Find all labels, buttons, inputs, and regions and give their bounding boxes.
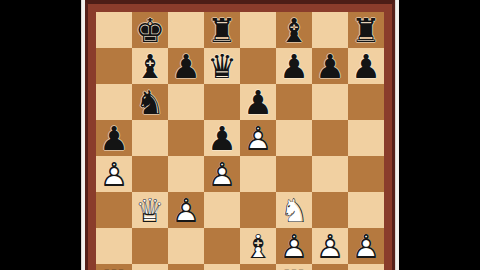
square-e3[interactable] <box>240 192 276 228</box>
black-piece-glyph: ♝ <box>132 48 168 84</box>
black-piece-glyph: ♚ <box>132 12 168 48</box>
square-a4[interactable]: ♟♙ <box>96 156 132 192</box>
square-e7[interactable] <box>240 48 276 84</box>
white-piece-outline: ♔ <box>312 264 348 270</box>
white-piece-outline: ♙ <box>348 228 384 264</box>
white-piece-outline: ♙ <box>168 192 204 228</box>
square-d6[interactable] <box>204 84 240 120</box>
square-g7[interactable]: ♟ <box>312 48 348 84</box>
square-g4[interactable] <box>312 156 348 192</box>
chess-board-panel: ♚♜♝♜♝♟♛♟♟♟♞♟♟♟♟♙♟♙♟♙♛♕♟♙♞♘♝♗♟♙♟♙♟♙♜♖♝♗♜♖… <box>81 0 399 270</box>
white-piece-outline: ♙ <box>312 228 348 264</box>
square-e8[interactable] <box>240 12 276 48</box>
square-a6[interactable] <box>96 84 132 120</box>
square-f1[interactable]: ♜♖ <box>276 264 312 270</box>
square-h4[interactable] <box>348 156 384 192</box>
black-bishop: ♝ <box>132 48 168 84</box>
chess-board: ♚♜♝♜♝♟♛♟♟♟♞♟♟♟♟♙♟♙♟♙♛♕♟♙♞♘♝♗♟♙♟♙♟♙♜♖♝♗♜♖… <box>96 12 384 270</box>
black-rook: ♜ <box>204 12 240 48</box>
square-c4[interactable] <box>168 156 204 192</box>
white-king: ♚♔ <box>312 264 348 270</box>
square-c5[interactable] <box>168 120 204 156</box>
square-c2[interactable] <box>168 228 204 264</box>
square-b4[interactable] <box>132 156 168 192</box>
white-piece-outline: ♙ <box>96 156 132 192</box>
square-h2[interactable]: ♟♙ <box>348 228 384 264</box>
square-c7[interactable]: ♟ <box>168 48 204 84</box>
black-piece-glyph: ♟ <box>96 120 132 156</box>
square-b6[interactable]: ♞ <box>132 84 168 120</box>
square-a5[interactable]: ♟ <box>96 120 132 156</box>
white-piece-outline: ♗ <box>240 228 276 264</box>
black-piece-glyph: ♟ <box>348 48 384 84</box>
square-h1[interactable] <box>348 264 384 270</box>
white-piece-outline: ♖ <box>96 264 132 270</box>
black-rook: ♜ <box>348 12 384 48</box>
square-d1[interactable] <box>204 264 240 270</box>
square-f4[interactable] <box>276 156 312 192</box>
square-a1[interactable]: ♜♖ <box>96 264 132 270</box>
white-bishop: ♝♗ <box>168 264 204 270</box>
square-d5[interactable]: ♟ <box>204 120 240 156</box>
square-a8[interactable] <box>96 12 132 48</box>
black-pawn: ♟ <box>240 84 276 120</box>
black-piece-glyph: ♟ <box>204 120 240 156</box>
right-edge-strip <box>395 0 399 270</box>
square-f8[interactable]: ♝ <box>276 12 312 48</box>
square-h8[interactable]: ♜ <box>348 12 384 48</box>
square-d7[interactable]: ♛ <box>204 48 240 84</box>
square-a3[interactable] <box>96 192 132 228</box>
white-bishop: ♝♗ <box>240 228 276 264</box>
black-queen: ♛ <box>204 48 240 84</box>
white-knight: ♞♘ <box>276 192 312 228</box>
square-e1[interactable] <box>240 264 276 270</box>
white-piece-outline: ♙ <box>240 120 276 156</box>
square-a7[interactable] <box>96 48 132 84</box>
square-c1[interactable]: ♝♗ <box>168 264 204 270</box>
black-piece-glyph: ♜ <box>348 12 384 48</box>
white-pawn: ♟♙ <box>240 120 276 156</box>
white-pawn: ♟♙ <box>276 228 312 264</box>
square-e2[interactable]: ♝♗ <box>240 228 276 264</box>
square-a2[interactable] <box>96 228 132 264</box>
square-c8[interactable] <box>168 12 204 48</box>
square-g6[interactable] <box>312 84 348 120</box>
square-d4[interactable]: ♟♙ <box>204 156 240 192</box>
black-pawn: ♟ <box>348 48 384 84</box>
white-pawn: ♟♙ <box>168 192 204 228</box>
square-h5[interactable] <box>348 120 384 156</box>
square-c3[interactable]: ♟♙ <box>168 192 204 228</box>
black-pawn: ♟ <box>96 120 132 156</box>
square-g2[interactable]: ♟♙ <box>312 228 348 264</box>
square-h3[interactable] <box>348 192 384 228</box>
white-piece-outline: ♙ <box>276 228 312 264</box>
white-pawn: ♟♙ <box>312 228 348 264</box>
white-rook: ♜♖ <box>276 264 312 270</box>
square-f6[interactable] <box>276 84 312 120</box>
letterbox-background: ♚♜♝♜♝♟♛♟♟♟♞♟♟♟♟♙♟♙♟♙♛♕♟♙♞♘♝♗♟♙♟♙♟♙♜♖♝♗♜♖… <box>0 0 480 270</box>
square-b8[interactable]: ♚ <box>132 12 168 48</box>
square-b1[interactable] <box>132 264 168 270</box>
square-b5[interactable] <box>132 120 168 156</box>
white-queen: ♛♕ <box>132 192 168 228</box>
black-pawn: ♟ <box>276 48 312 84</box>
black-piece-glyph: ♟ <box>312 48 348 84</box>
black-piece-glyph: ♟ <box>240 84 276 120</box>
square-h6[interactable] <box>348 84 384 120</box>
white-pawn: ♟♙ <box>204 156 240 192</box>
square-b3[interactable]: ♛♕ <box>132 192 168 228</box>
black-piece-glyph: ♟ <box>168 48 204 84</box>
square-g3[interactable] <box>312 192 348 228</box>
square-d2[interactable] <box>204 228 240 264</box>
square-c6[interactable] <box>168 84 204 120</box>
black-piece-glyph: ♟ <box>276 48 312 84</box>
square-f2[interactable]: ♟♙ <box>276 228 312 264</box>
black-piece-glyph: ♜ <box>204 12 240 48</box>
black-piece-glyph: ♝ <box>276 12 312 48</box>
square-f7[interactable]: ♟ <box>276 48 312 84</box>
black-pawn: ♟ <box>204 120 240 156</box>
black-pawn: ♟ <box>168 48 204 84</box>
square-g1[interactable]: ♚♔ <box>312 264 348 270</box>
black-piece-glyph: ♞ <box>132 84 168 120</box>
white-piece-outline: ♖ <box>276 264 312 270</box>
white-piece-outline: ♙ <box>204 156 240 192</box>
black-piece-glyph: ♛ <box>204 48 240 84</box>
square-f5[interactable] <box>276 120 312 156</box>
square-b7[interactable]: ♝ <box>132 48 168 84</box>
white-piece-outline: ♘ <box>276 192 312 228</box>
black-pawn: ♟ <box>312 48 348 84</box>
square-h7[interactable]: ♟ <box>348 48 384 84</box>
square-g8[interactable] <box>312 12 348 48</box>
square-e4[interactable] <box>240 156 276 192</box>
square-e5[interactable]: ♟♙ <box>240 120 276 156</box>
square-f3[interactable]: ♞♘ <box>276 192 312 228</box>
board-frame: ♚♜♝♜♝♟♛♟♟♟♞♟♟♟♟♙♟♙♟♙♛♕♟♙♞♘♝♗♟♙♟♙♟♙♜♖♝♗♜♖… <box>85 0 395 270</box>
black-king: ♚ <box>132 12 168 48</box>
black-bishop: ♝ <box>276 12 312 48</box>
white-pawn: ♟♙ <box>96 156 132 192</box>
square-d3[interactable] <box>204 192 240 228</box>
square-e6[interactable]: ♟ <box>240 84 276 120</box>
white-pawn: ♟♙ <box>348 228 384 264</box>
white-piece-outline: ♕ <box>132 192 168 228</box>
square-d8[interactable]: ♜ <box>204 12 240 48</box>
white-rook: ♜♖ <box>96 264 132 270</box>
square-b2[interactable] <box>132 228 168 264</box>
white-piece-outline: ♗ <box>168 264 204 270</box>
square-g5[interactable] <box>312 120 348 156</box>
black-knight: ♞ <box>132 84 168 120</box>
